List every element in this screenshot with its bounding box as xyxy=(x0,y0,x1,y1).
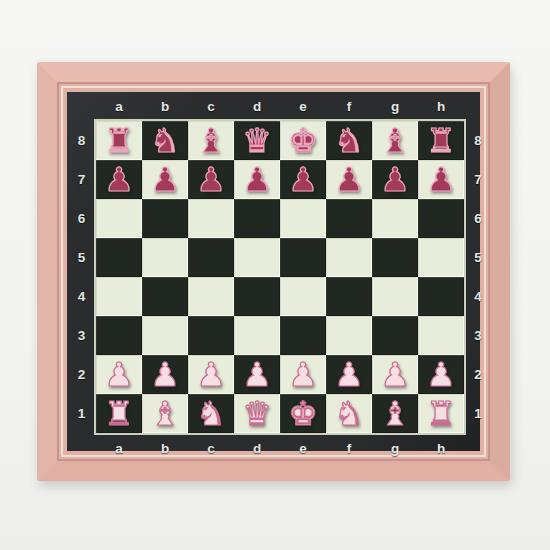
square-h6[interactable] xyxy=(418,199,464,238)
black-pawn-piece[interactable]: ♟ xyxy=(288,160,318,199)
file-labels-top: abcdefgh xyxy=(96,92,464,121)
white-pawn-piece[interactable]: ♟ xyxy=(104,355,134,394)
square-h8[interactable]: ♜ xyxy=(418,121,464,160)
white-rook-piece[interactable]: ♜ xyxy=(426,394,456,433)
white-queen-piece[interactable]: ♛ xyxy=(242,394,272,433)
square-a1[interactable]: ♜ xyxy=(96,394,142,433)
rank-label-5: 5 xyxy=(67,238,96,277)
square-c8[interactable]: ♝ xyxy=(188,121,234,160)
rank-label-1: 1 xyxy=(67,394,96,433)
black-queen-piece[interactable]: ♛ xyxy=(242,121,272,160)
chess-board: ♜♞♝♛♚♞♝♜♟♟♟♟♟♟♟♟♟♟♟♟♟♟♟♟♜♝♞♛♚♞♝♜ xyxy=(96,121,464,433)
square-a3[interactable] xyxy=(96,316,142,355)
square-c6[interactable] xyxy=(188,199,234,238)
rank-label-8: 8 xyxy=(67,121,96,160)
square-a4[interactable] xyxy=(96,277,142,316)
square-a2[interactable]: ♟ xyxy=(96,355,142,394)
square-e2[interactable]: ♟ xyxy=(280,355,326,394)
square-c3[interactable] xyxy=(188,316,234,355)
square-f3[interactable] xyxy=(326,316,372,355)
rank-label-7: 7 xyxy=(464,160,492,199)
square-e3[interactable] xyxy=(280,316,326,355)
file-label-b: b xyxy=(142,433,188,463)
square-d1[interactable]: ♛ xyxy=(234,394,280,433)
square-h4[interactable] xyxy=(418,277,464,316)
square-f8[interactable]: ♞ xyxy=(326,121,372,160)
square-g5[interactable] xyxy=(372,238,418,277)
rank-label-5: 5 xyxy=(464,238,492,277)
black-knight-piece[interactable]: ♞ xyxy=(334,121,364,160)
white-pawn-piece[interactable]: ♟ xyxy=(242,355,272,394)
square-h7[interactable]: ♟ xyxy=(418,160,464,199)
black-pawn-piece[interactable]: ♟ xyxy=(334,160,364,199)
square-e6[interactable] xyxy=(280,199,326,238)
square-h3[interactable] xyxy=(418,316,464,355)
square-g7[interactable]: ♟ xyxy=(372,160,418,199)
board-frame: abcdefgh 87654321 ♜♞♝♛♚♞♝♜♟♟♟♟♟♟♟♟♟♟♟♟♟♟… xyxy=(37,62,510,481)
white-pawn-piece[interactable]: ♟ xyxy=(380,355,410,394)
file-label-d: d xyxy=(234,433,280,463)
square-h2[interactable]: ♟ xyxy=(418,355,464,394)
black-king-piece[interactable]: ♚ xyxy=(288,121,318,160)
file-label-a: a xyxy=(96,433,142,463)
square-b1[interactable]: ♝ xyxy=(142,394,188,433)
file-label-h: h xyxy=(418,433,464,463)
square-f6[interactable] xyxy=(326,199,372,238)
square-b6[interactable] xyxy=(142,199,188,238)
square-e1[interactable]: ♚ xyxy=(280,394,326,433)
frame-gap-line: abcdefgh 87654321 ♜♞♝♛♚♞♝♜♟♟♟♟♟♟♟♟♟♟♟♟♟♟… xyxy=(61,86,486,457)
rank-label-1: 1 xyxy=(464,394,492,433)
square-a6[interactable] xyxy=(96,199,142,238)
rank-label-3: 3 xyxy=(67,316,96,355)
black-pawn-piece[interactable]: ♟ xyxy=(104,160,134,199)
square-g1[interactable]: ♝ xyxy=(372,394,418,433)
square-e4[interactable] xyxy=(280,277,326,316)
square-a8[interactable]: ♜ xyxy=(96,121,142,160)
file-label-f: f xyxy=(326,433,372,463)
file-label-e: e xyxy=(280,433,326,463)
black-pawn-piece[interactable]: ♟ xyxy=(380,160,410,199)
white-bishop-piece[interactable]: ♝ xyxy=(380,394,410,433)
square-f4[interactable] xyxy=(326,277,372,316)
black-bishop-piece[interactable]: ♝ xyxy=(196,121,226,160)
black-pawn-piece[interactable]: ♟ xyxy=(150,160,180,199)
rank-label-2: 2 xyxy=(67,355,96,394)
photo-background: abcdefgh 87654321 ♜♞♝♛♚♞♝♜♟♟♟♟♟♟♟♟♟♟♟♟♟♟… xyxy=(0,0,550,550)
square-g8[interactable]: ♝ xyxy=(372,121,418,160)
rank-label-4: 4 xyxy=(464,277,492,316)
square-f7[interactable]: ♟ xyxy=(326,160,372,199)
square-f5[interactable] xyxy=(326,238,372,277)
black-pawn-piece[interactable]: ♟ xyxy=(196,160,226,199)
square-e5[interactable] xyxy=(280,238,326,277)
square-b7[interactable]: ♟ xyxy=(142,160,188,199)
black-pawn-piece[interactable]: ♟ xyxy=(426,160,456,199)
file-label-e: e xyxy=(280,92,326,121)
rank-label-8: 8 xyxy=(464,121,492,160)
file-label-h: h xyxy=(418,92,464,121)
square-b4[interactable] xyxy=(142,277,188,316)
file-label-b: b xyxy=(142,92,188,121)
rank-label-4: 4 xyxy=(67,277,96,316)
file-label-g: g xyxy=(372,92,418,121)
square-a5[interactable] xyxy=(96,238,142,277)
square-g2[interactable]: ♟ xyxy=(372,355,418,394)
file-label-g: g xyxy=(372,433,418,463)
square-h1[interactable]: ♜ xyxy=(418,394,464,433)
square-d5[interactable] xyxy=(234,238,280,277)
rank-label-7: 7 xyxy=(67,160,96,199)
white-pawn-piece[interactable]: ♟ xyxy=(150,355,180,394)
square-g3[interactable] xyxy=(372,316,418,355)
square-e7[interactable]: ♟ xyxy=(280,160,326,199)
file-labels-bottom: abcdefgh xyxy=(96,433,464,463)
square-b3[interactable] xyxy=(142,316,188,355)
black-pawn-piece[interactable]: ♟ xyxy=(242,160,272,199)
square-d4[interactable] xyxy=(234,277,280,316)
black-rook-piece[interactable]: ♜ xyxy=(426,121,456,160)
square-h5[interactable] xyxy=(418,238,464,277)
rank-labels-left: 87654321 xyxy=(67,121,96,433)
file-label-d: d xyxy=(234,92,280,121)
file-label-a: a xyxy=(96,92,142,121)
square-e8[interactable]: ♚ xyxy=(280,121,326,160)
square-d6[interactable] xyxy=(234,199,280,238)
square-a7[interactable]: ♟ xyxy=(96,160,142,199)
rank-labels-right: 87654321 xyxy=(464,121,492,433)
square-b8[interactable]: ♞ xyxy=(142,121,188,160)
white-pawn-piece[interactable]: ♟ xyxy=(288,355,318,394)
rank-label-6: 6 xyxy=(464,199,492,238)
white-pawn-piece[interactable]: ♟ xyxy=(196,355,226,394)
file-label-c: c xyxy=(188,433,234,463)
square-f1[interactable]: ♞ xyxy=(326,394,372,433)
file-label-c: c xyxy=(188,92,234,121)
black-knight-piece[interactable]: ♞ xyxy=(150,121,180,160)
white-pawn-piece[interactable]: ♟ xyxy=(334,355,364,394)
square-g4[interactable] xyxy=(372,277,418,316)
square-c4[interactable] xyxy=(188,277,234,316)
black-rook-piece[interactable]: ♜ xyxy=(104,121,134,160)
square-d8[interactable]: ♛ xyxy=(234,121,280,160)
white-pawn-piece[interactable]: ♟ xyxy=(426,355,456,394)
file-label-f: f xyxy=(326,92,372,121)
square-b2[interactable]: ♟ xyxy=(142,355,188,394)
square-c1[interactable]: ♞ xyxy=(188,394,234,433)
square-g6[interactable] xyxy=(372,199,418,238)
square-b5[interactable] xyxy=(142,238,188,277)
white-rook-piece[interactable]: ♜ xyxy=(104,394,134,433)
white-king-piece[interactable]: ♚ xyxy=(288,394,318,433)
rank-label-6: 6 xyxy=(67,199,96,238)
square-d7[interactable]: ♟ xyxy=(234,160,280,199)
square-c2[interactable]: ♟ xyxy=(188,355,234,394)
frame-inner-lip: abcdefgh 87654321 ♜♞♝♛♚♞♝♜♟♟♟♟♟♟♟♟♟♟♟♟♟♟… xyxy=(57,82,490,461)
white-knight-piece[interactable]: ♞ xyxy=(196,394,226,433)
square-c7[interactable]: ♟ xyxy=(188,160,234,199)
rank-label-3: 3 xyxy=(464,316,492,355)
square-c5[interactable] xyxy=(188,238,234,277)
square-f2[interactable]: ♟ xyxy=(326,355,372,394)
white-knight-piece[interactable]: ♞ xyxy=(334,394,364,433)
board-panel: abcdefgh 87654321 ♜♞♝♛♚♞♝♜♟♟♟♟♟♟♟♟♟♟♟♟♟♟… xyxy=(67,92,480,451)
rank-label-2: 2 xyxy=(464,355,492,394)
square-d2[interactable]: ♟ xyxy=(234,355,280,394)
white-bishop-piece[interactable]: ♝ xyxy=(150,394,180,433)
square-d3[interactable] xyxy=(234,316,280,355)
black-bishop-piece[interactable]: ♝ xyxy=(380,121,410,160)
